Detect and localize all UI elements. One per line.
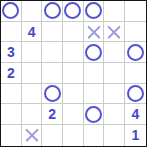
cell-r0c2[interactable] [42, 1, 63, 22]
cell-r6c6[interactable]: 1 [125, 125, 146, 146]
cell-r1c3[interactable] [63, 22, 84, 43]
x-mark [86, 24, 101, 39]
circle-mark [85, 106, 102, 123]
circle-mark [85, 44, 102, 61]
cell-r0c5[interactable] [104, 1, 125, 22]
cell-r3c5[interactable] [104, 63, 125, 84]
cell-r4c0[interactable] [1, 84, 22, 105]
cell-r0c1[interactable] [22, 1, 43, 22]
x-mark [24, 128, 39, 143]
cell-r1c4[interactable] [84, 22, 105, 43]
cell-r2c4[interactable] [84, 42, 105, 63]
cell-r2c3[interactable] [63, 42, 84, 63]
cell-r3c1[interactable] [22, 63, 43, 84]
circle-mark [44, 2, 61, 19]
cell-r5c4[interactable] [84, 104, 105, 125]
cell-r5c1[interactable] [22, 104, 43, 125]
cell-r5c5[interactable] [104, 104, 125, 125]
puzzle-board: 432241 [0, 0, 147, 147]
cell-r6c3[interactable] [63, 125, 84, 146]
cell-r3c6[interactable] [125, 63, 146, 84]
x-mark [107, 24, 122, 39]
cell-r3c2[interactable] [42, 63, 63, 84]
cell-r3c0[interactable]: 2 [1, 63, 22, 84]
cell-r1c2[interactable] [42, 22, 63, 43]
circle-mark [2, 2, 19, 19]
cell-r5c0[interactable] [1, 104, 22, 125]
cell-r6c2[interactable] [42, 125, 63, 146]
cell-r0c4[interactable] [84, 1, 105, 22]
digit-clue: 1 [132, 128, 140, 142]
cell-r1c5[interactable] [104, 22, 125, 43]
cell-r6c0[interactable] [1, 125, 22, 146]
digit-clue: 2 [7, 66, 15, 80]
cell-r3c4[interactable] [84, 63, 105, 84]
cell-r6c4[interactable] [84, 125, 105, 146]
cell-r4c6[interactable] [125, 84, 146, 105]
cell-r5c2[interactable]: 2 [42, 104, 63, 125]
circle-mark [85, 2, 102, 19]
circle-mark [64, 2, 81, 19]
circle-mark [127, 85, 144, 102]
cell-r1c1[interactable]: 4 [22, 22, 43, 43]
cell-r4c2[interactable] [42, 84, 63, 105]
cell-r1c0[interactable] [1, 22, 22, 43]
cell-r1c6[interactable] [125, 22, 146, 43]
cell-r0c3[interactable] [63, 1, 84, 22]
cell-r6c1[interactable] [22, 125, 43, 146]
cell-r2c0[interactable]: 3 [1, 42, 22, 63]
digit-clue: 2 [48, 107, 56, 121]
cell-r4c4[interactable] [84, 84, 105, 105]
cell-r0c6[interactable] [125, 1, 146, 22]
circle-mark [127, 44, 144, 61]
cell-r2c1[interactable] [22, 42, 43, 63]
digit-clue: 4 [132, 107, 140, 121]
cell-r0c0[interactable] [1, 1, 22, 22]
cell-r4c5[interactable] [104, 84, 125, 105]
cell-r5c6[interactable]: 4 [125, 104, 146, 125]
cell-r4c3[interactable] [63, 84, 84, 105]
cell-r6c5[interactable] [104, 125, 125, 146]
cell-r5c3[interactable] [63, 104, 84, 125]
cell-r2c5[interactable] [104, 42, 125, 63]
cell-r2c2[interactable] [42, 42, 63, 63]
digit-clue: 3 [7, 45, 15, 59]
cell-r4c1[interactable] [22, 84, 43, 105]
digit-clue: 4 [28, 25, 36, 39]
cell-r2c6[interactable] [125, 42, 146, 63]
cell-r3c3[interactable] [63, 63, 84, 84]
circle-mark [44, 85, 61, 102]
